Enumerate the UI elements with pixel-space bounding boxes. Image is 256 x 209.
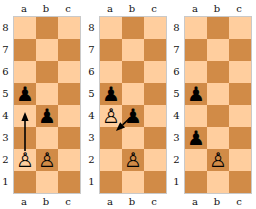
square-a2 bbox=[100, 149, 122, 171]
file-label-c: c bbox=[228, 196, 250, 207]
square-b8 bbox=[207, 17, 229, 39]
square-a1 bbox=[100, 171, 122, 193]
rank-label-8: 8 bbox=[86, 16, 99, 38]
square-c4 bbox=[229, 105, 251, 127]
white-pawn-a4: ♙ bbox=[100, 105, 122, 127]
square-b7 bbox=[207, 39, 229, 61]
square-b1 bbox=[122, 171, 144, 193]
file-label-b: b bbox=[35, 3, 57, 14]
file-labels-bottom: abc bbox=[99, 194, 167, 209]
file-label-c: c bbox=[143, 196, 165, 207]
rank-labels: 87654321 bbox=[86, 16, 99, 194]
white-pawn-a2: ♙ bbox=[14, 149, 36, 171]
square-c3 bbox=[58, 127, 80, 149]
black-pawn-a5: ♟ bbox=[14, 83, 36, 105]
square-a4 bbox=[185, 105, 207, 127]
square-c2 bbox=[229, 149, 251, 171]
square-b1 bbox=[207, 171, 229, 193]
square-c2 bbox=[58, 149, 80, 171]
file-label-b: b bbox=[206, 3, 228, 14]
square-c5 bbox=[58, 83, 80, 105]
rank-label-5: 5 bbox=[0, 82, 13, 104]
square-c4 bbox=[58, 105, 80, 127]
white-pawn-b2: ♙ bbox=[207, 149, 229, 171]
board-wrap: 87654321♟♙♟♙ bbox=[86, 16, 167, 194]
square-b6 bbox=[122, 61, 144, 83]
square-b3 bbox=[122, 127, 144, 149]
rank-label-1: 1 bbox=[0, 170, 13, 192]
square-c1 bbox=[58, 171, 80, 193]
file-label-c: c bbox=[57, 3, 79, 14]
board-diagram-1: abc87654321♟♟♙♙abc bbox=[0, 0, 81, 209]
rank-label-6: 6 bbox=[86, 60, 99, 82]
file-label-a: a bbox=[184, 3, 206, 14]
square-c5 bbox=[229, 83, 251, 105]
square-a2 bbox=[185, 149, 207, 171]
board-wrap: 87654321♟♟♙♙ bbox=[0, 16, 81, 194]
board-diagram-2: abc87654321♟♙♟♙abc bbox=[86, 0, 167, 209]
square-b3 bbox=[207, 127, 229, 149]
black-pawn-b4: ♟ bbox=[122, 105, 144, 127]
rank-label-2: 2 bbox=[0, 148, 13, 170]
square-c1 bbox=[144, 171, 166, 193]
square-a6 bbox=[14, 61, 36, 83]
square-a8 bbox=[14, 17, 36, 39]
square-a3 bbox=[14, 127, 36, 149]
square-a1 bbox=[185, 171, 207, 193]
square-b1 bbox=[36, 171, 58, 193]
black-pawn-a5: ♟ bbox=[185, 83, 207, 105]
file-label-a: a bbox=[13, 3, 35, 14]
chess-board: ♟♟♙♙ bbox=[13, 16, 81, 194]
file-label-a: a bbox=[99, 196, 121, 207]
square-a6 bbox=[185, 61, 207, 83]
file-labels-top: abc bbox=[13, 0, 81, 16]
square-c7 bbox=[229, 39, 251, 61]
file-labels-bottom: abc bbox=[184, 194, 252, 209]
square-b8 bbox=[122, 17, 144, 39]
square-b7 bbox=[122, 39, 144, 61]
rank-label-1: 1 bbox=[86, 170, 99, 192]
en-passant-diagram-strip: abc87654321♟♟♙♙abc abc87654321♟♙♟♙abc ab… bbox=[0, 0, 256, 209]
file-label-a: a bbox=[99, 3, 121, 14]
rank-label-3: 3 bbox=[0, 126, 13, 148]
file-label-a: a bbox=[13, 196, 35, 207]
rank-label-2: 2 bbox=[86, 148, 99, 170]
square-a8 bbox=[100, 17, 122, 39]
square-b8 bbox=[36, 17, 58, 39]
square-b5 bbox=[207, 83, 229, 105]
white-pawn-b2: ♙ bbox=[36, 149, 58, 171]
rank-label-8: 8 bbox=[0, 16, 13, 38]
rank-label-4: 4 bbox=[171, 104, 184, 126]
rank-label-8: 8 bbox=[171, 16, 184, 38]
square-c2 bbox=[144, 149, 166, 171]
rank-label-6: 6 bbox=[171, 60, 184, 82]
square-c6 bbox=[229, 61, 251, 83]
file-label-b: b bbox=[206, 196, 228, 207]
square-c3 bbox=[229, 127, 251, 149]
white-pawn-b2: ♙ bbox=[122, 149, 144, 171]
square-a7 bbox=[185, 39, 207, 61]
square-b7 bbox=[36, 39, 58, 61]
rank-label-3: 3 bbox=[86, 126, 99, 148]
chess-board: ♟♟♙ bbox=[184, 16, 252, 194]
file-label-c: c bbox=[57, 196, 79, 207]
square-c8 bbox=[229, 17, 251, 39]
square-a4 bbox=[14, 105, 36, 127]
square-a3 bbox=[100, 127, 122, 149]
square-c1 bbox=[229, 171, 251, 193]
square-b4 bbox=[207, 105, 229, 127]
square-b6 bbox=[36, 61, 58, 83]
file-label-b: b bbox=[121, 3, 143, 14]
square-c8 bbox=[58, 17, 80, 39]
rank-label-2: 2 bbox=[171, 148, 184, 170]
rank-label-7: 7 bbox=[171, 38, 184, 60]
file-labels-bottom: abc bbox=[13, 194, 81, 209]
file-labels-top: abc bbox=[184, 0, 252, 16]
file-label-a: a bbox=[184, 196, 206, 207]
square-b5 bbox=[36, 83, 58, 105]
rank-label-4: 4 bbox=[86, 104, 99, 126]
square-a6 bbox=[100, 61, 122, 83]
square-c6 bbox=[144, 61, 166, 83]
square-b3 bbox=[36, 127, 58, 149]
square-a1 bbox=[14, 171, 36, 193]
file-label-b: b bbox=[121, 196, 143, 207]
file-label-c: c bbox=[228, 3, 250, 14]
square-c7 bbox=[58, 39, 80, 61]
file-label-b: b bbox=[35, 196, 57, 207]
file-labels-top: abc bbox=[99, 0, 167, 16]
rank-label-6: 6 bbox=[0, 60, 13, 82]
board-diagram-3: abc87654321♟♟♙abc bbox=[171, 0, 252, 209]
square-a7 bbox=[100, 39, 122, 61]
square-a8 bbox=[185, 17, 207, 39]
rank-label-3: 3 bbox=[171, 126, 184, 148]
square-c3 bbox=[144, 127, 166, 149]
rank-label-1: 1 bbox=[171, 170, 184, 192]
black-pawn-a5: ♟ bbox=[100, 83, 122, 105]
rank-label-7: 7 bbox=[0, 38, 13, 60]
square-c4 bbox=[144, 105, 166, 127]
rank-label-5: 5 bbox=[171, 82, 184, 104]
rank-labels: 87654321 bbox=[171, 16, 184, 194]
file-label-c: c bbox=[143, 3, 165, 14]
rank-label-5: 5 bbox=[86, 82, 99, 104]
square-c7 bbox=[144, 39, 166, 61]
board-wrap: 87654321♟♟♙ bbox=[171, 16, 252, 194]
chess-board: ♟♙♟♙ bbox=[99, 16, 167, 194]
square-c8 bbox=[144, 17, 166, 39]
square-b5 bbox=[122, 83, 144, 105]
square-c6 bbox=[58, 61, 80, 83]
rank-labels: 87654321 bbox=[0, 16, 13, 194]
square-b6 bbox=[207, 61, 229, 83]
black-pawn-a3: ♟ bbox=[185, 127, 207, 149]
square-a7 bbox=[14, 39, 36, 61]
rank-label-7: 7 bbox=[86, 38, 99, 60]
black-pawn-b4: ♟ bbox=[36, 105, 58, 127]
rank-label-4: 4 bbox=[0, 104, 13, 126]
square-c5 bbox=[144, 83, 166, 105]
